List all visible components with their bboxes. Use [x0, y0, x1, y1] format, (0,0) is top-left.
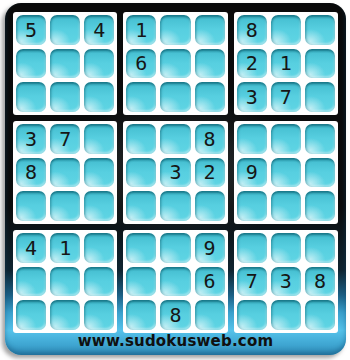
- cell-r9c5[interactable]: 8: [160, 300, 190, 330]
- cell-r8c9[interactable]: 8: [305, 267, 335, 297]
- cell-r3c7[interactable]: 3: [237, 82, 267, 112]
- cell-r5c9[interactable]: [305, 158, 335, 188]
- cell-r4c7[interactable]: [237, 124, 267, 154]
- sudoku-box-1-1: 54: [13, 12, 117, 115]
- cell-r4c4[interactable]: [126, 124, 156, 154]
- cell-r3c3[interactable]: [84, 82, 114, 112]
- cell-r5c6[interactable]: 2: [195, 158, 225, 188]
- cell-r5c1[interactable]: 8: [16, 158, 46, 188]
- cell-r8c6[interactable]: 6: [195, 267, 225, 297]
- cell-r1c7[interactable]: 8: [237, 15, 267, 45]
- cell-r9c8[interactable]: [271, 300, 301, 330]
- cell-r1c5[interactable]: [160, 15, 190, 45]
- cell-r8c4[interactable]: [126, 267, 156, 297]
- cell-r9c6[interactable]: [195, 300, 225, 330]
- cell-r5c2[interactable]: [50, 158, 80, 188]
- cell-r1c1[interactable]: 5: [16, 15, 46, 45]
- sudoku-box-1-3: 82137: [234, 12, 338, 115]
- cell-r6c5[interactable]: [160, 191, 190, 221]
- cell-r7c9[interactable]: [305, 233, 335, 263]
- cell-r8c1[interactable]: [16, 267, 46, 297]
- cell-r5c7[interactable]: 9: [237, 158, 267, 188]
- cell-r8c5[interactable]: [160, 267, 190, 297]
- cell-r6c7[interactable]: [237, 191, 267, 221]
- cell-r3c8[interactable]: 7: [271, 82, 301, 112]
- sudoku-box-2-3: 9: [234, 121, 338, 224]
- cell-r8c8[interactable]: 3: [271, 267, 301, 297]
- sudoku-box-3-3: 738: [234, 230, 338, 333]
- sudoku-box-3-1: 41: [13, 230, 117, 333]
- cell-r1c9[interactable]: [305, 15, 335, 45]
- cell-r3c2[interactable]: [50, 82, 80, 112]
- cell-r6c1[interactable]: [16, 191, 46, 221]
- cell-r3c5[interactable]: [160, 82, 190, 112]
- cell-r7c3[interactable]: [84, 233, 114, 263]
- cell-r7c4[interactable]: [126, 233, 156, 263]
- cell-r5c8[interactable]: [271, 158, 301, 188]
- cell-r6c9[interactable]: [305, 191, 335, 221]
- sudoku-grid: 541682137378832941968738: [13, 12, 338, 333]
- cell-r2c3[interactable]: [84, 49, 114, 79]
- cell-r5c4[interactable]: [126, 158, 156, 188]
- cell-r7c1[interactable]: 4: [16, 233, 46, 263]
- cell-r3c4[interactable]: [126, 82, 156, 112]
- cell-r3c6[interactable]: [195, 82, 225, 112]
- cell-r1c4[interactable]: 1: [126, 15, 156, 45]
- cell-r2c9[interactable]: [305, 49, 335, 79]
- cell-r1c2[interactable]: [50, 15, 80, 45]
- cell-r9c4[interactable]: [126, 300, 156, 330]
- sudoku-box-2-1: 378: [13, 121, 117, 224]
- cell-r8c3[interactable]: [84, 267, 114, 297]
- sudoku-box-2-2: 832: [123, 121, 227, 224]
- cell-r7c5[interactable]: [160, 233, 190, 263]
- sudoku-board: 541682137378832941968738 www.sudokusweb.…: [5, 3, 346, 355]
- cell-r4c5[interactable]: [160, 124, 190, 154]
- cell-r4c9[interactable]: [305, 124, 335, 154]
- cell-r2c5[interactable]: [160, 49, 190, 79]
- cell-r9c3[interactable]: [84, 300, 114, 330]
- cell-r2c1[interactable]: [16, 49, 46, 79]
- cell-r5c3[interactable]: [84, 158, 114, 188]
- cell-r4c2[interactable]: 7: [50, 124, 80, 154]
- cell-r6c6[interactable]: [195, 191, 225, 221]
- cell-r7c7[interactable]: [237, 233, 267, 263]
- cell-r2c2[interactable]: [50, 49, 80, 79]
- cell-r9c9[interactable]: [305, 300, 335, 330]
- cell-r2c7[interactable]: 2: [237, 49, 267, 79]
- cell-r1c6[interactable]: [195, 15, 225, 45]
- cell-r7c6[interactable]: 9: [195, 233, 225, 263]
- cell-r9c2[interactable]: [50, 300, 80, 330]
- cell-r9c7[interactable]: [237, 300, 267, 330]
- cell-r4c6[interactable]: 8: [195, 124, 225, 154]
- cell-r1c8[interactable]: [271, 15, 301, 45]
- cell-r1c3[interactable]: 4: [84, 15, 114, 45]
- cell-r3c9[interactable]: [305, 82, 335, 112]
- sudoku-box-1-2: 16: [123, 12, 227, 115]
- cell-r7c8[interactable]: [271, 233, 301, 263]
- cell-r8c2[interactable]: [50, 267, 80, 297]
- cell-r2c8[interactable]: 1: [271, 49, 301, 79]
- cell-r6c4[interactable]: [126, 191, 156, 221]
- cell-r4c1[interactable]: 3: [16, 124, 46, 154]
- cell-r6c3[interactable]: [84, 191, 114, 221]
- website-url: www.sudokusweb.com: [5, 332, 346, 350]
- page: 541682137378832941968738 www.sudokusweb.…: [0, 0, 350, 360]
- sudoku-box-3-2: 968: [123, 230, 227, 333]
- cell-r4c8[interactable]: [271, 124, 301, 154]
- cell-r2c4[interactable]: 6: [126, 49, 156, 79]
- cell-r2c6[interactable]: [195, 49, 225, 79]
- cell-r6c8[interactable]: [271, 191, 301, 221]
- cell-r8c7[interactable]: 7: [237, 267, 267, 297]
- cell-r4c3[interactable]: [84, 124, 114, 154]
- cell-r7c2[interactable]: 1: [50, 233, 80, 263]
- cell-r6c2[interactable]: [50, 191, 80, 221]
- cell-r5c5[interactable]: 3: [160, 158, 190, 188]
- cell-r9c1[interactable]: [16, 300, 46, 330]
- cell-r3c1[interactable]: [16, 82, 46, 112]
